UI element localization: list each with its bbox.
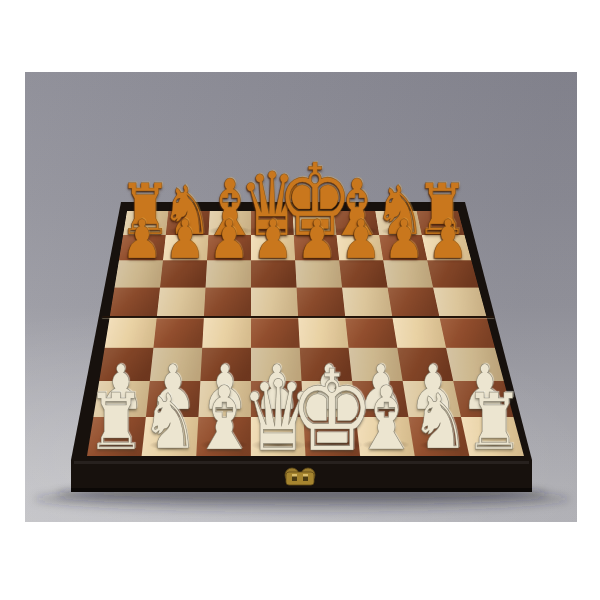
- square-a2: [93, 381, 149, 417]
- square-a8: [123, 211, 168, 235]
- board-hinge-seam: [102, 316, 494, 318]
- square-e4: [298, 317, 348, 348]
- square-d6: [251, 260, 297, 287]
- square-f4: [345, 317, 397, 348]
- square-a3: [99, 348, 153, 381]
- square-h3: [446, 348, 504, 381]
- square-c8: [208, 211, 251, 235]
- square-g4: [392, 317, 446, 348]
- square-d4: [251, 317, 300, 348]
- square-a6: [115, 260, 163, 287]
- square-e6: [295, 260, 342, 287]
- square-d8: [251, 211, 294, 235]
- square-e5: [297, 288, 346, 317]
- square-b3: [150, 348, 202, 381]
- square-f5: [342, 288, 392, 317]
- square-g3: [397, 348, 453, 381]
- square-d1: [251, 417, 306, 456]
- square-c7: [207, 235, 251, 260]
- square-f8: [334, 211, 379, 235]
- square-e2: [302, 381, 356, 417]
- square-e8: [292, 211, 336, 235]
- square-f7: [336, 235, 383, 260]
- square-c3: [200, 348, 251, 381]
- square-h4: [439, 317, 494, 348]
- photograph: ♜♞♝♛♚♝♞♜♟♟♟♟♟♟♟♟♟♟♟♟♟♟♟♟♜♞♝♛♚♝♞♜: [25, 72, 577, 522]
- square-d7: [251, 235, 295, 260]
- box-front-edge-highlight: [74, 461, 529, 464]
- square-b7: [163, 235, 208, 260]
- square-c2: [198, 381, 251, 417]
- square-h1: [461, 417, 524, 456]
- square-b4: [153, 317, 203, 348]
- square-g1: [408, 417, 469, 456]
- square-b6: [160, 260, 207, 287]
- square-b2: [146, 381, 201, 417]
- chess-board: [87, 211, 524, 456]
- square-h2: [453, 381, 513, 417]
- square-d3: [251, 348, 302, 381]
- square-e7: [294, 235, 339, 260]
- square-b1: [142, 417, 199, 456]
- square-g5: [388, 288, 440, 317]
- square-c1: [196, 417, 251, 456]
- square-g8: [375, 211, 422, 235]
- square-b5: [157, 288, 206, 317]
- square-d2: [251, 381, 304, 417]
- square-b8: [166, 211, 210, 235]
- square-h7: [422, 235, 472, 260]
- square-a5: [110, 288, 160, 317]
- square-f6: [339, 260, 387, 287]
- square-f3: [349, 348, 403, 381]
- photo-canvas: ♜♞♝♛♚♝♞♜♟♟♟♟♟♟♟♟♟♟♟♟♟♟♟♟♜♞♝♛♚♝♞♜: [0, 0, 600, 600]
- square-h8: [417, 211, 465, 235]
- square-d5: [251, 288, 298, 317]
- square-h5: [433, 288, 486, 317]
- square-g7: [379, 235, 427, 260]
- square-c5: [204, 288, 251, 317]
- square-f2: [352, 381, 408, 417]
- square-e3: [300, 348, 352, 381]
- square-a1: [87, 417, 146, 456]
- square-h6: [427, 260, 478, 287]
- square-c6: [206, 260, 252, 287]
- square-c4: [202, 317, 251, 348]
- square-e1: [303, 417, 360, 456]
- square-f1: [356, 417, 415, 456]
- square-g6: [383, 260, 433, 287]
- square-g2: [403, 381, 461, 417]
- box-bottom-edge: [71, 488, 532, 492]
- square-a7: [119, 235, 166, 260]
- square-a4: [105, 317, 157, 348]
